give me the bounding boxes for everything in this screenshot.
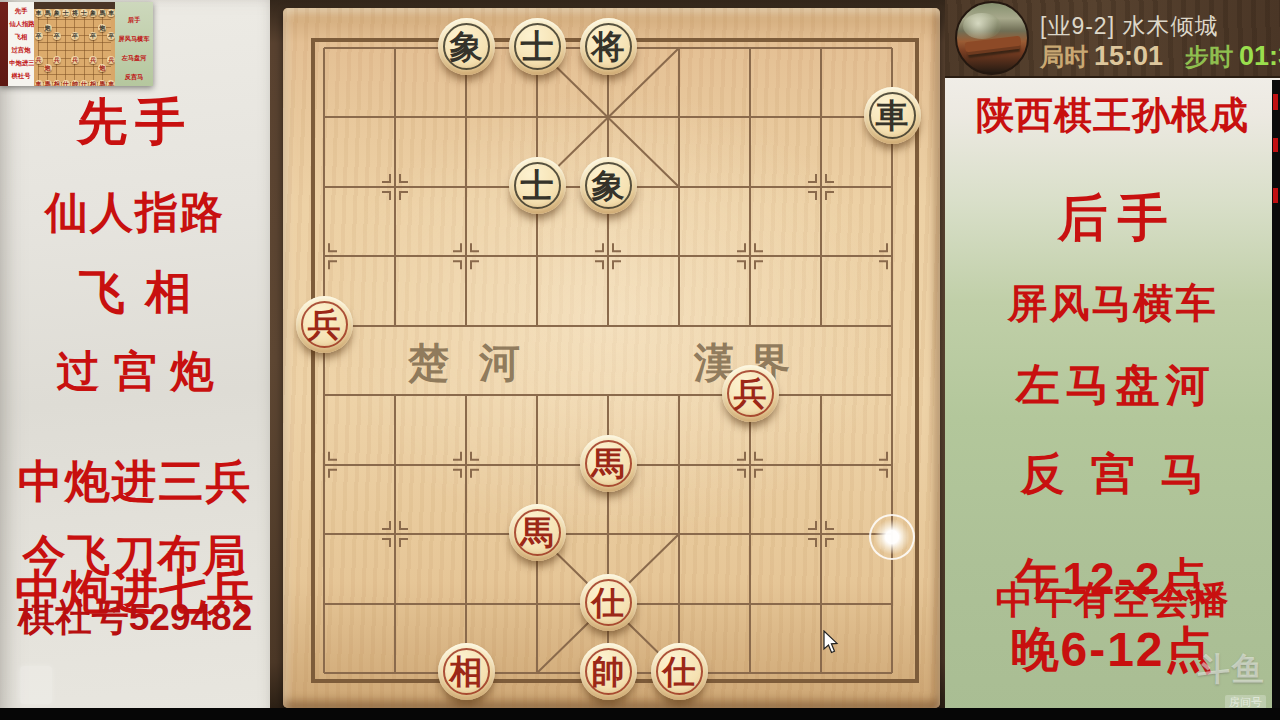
piece-black-8-1[interactable]: 車: [864, 87, 921, 144]
right-panel: [业9-2] 水木倾城 局时15:01步时01:30 陕西棋王孙根成 后手 屏风…: [945, 0, 1280, 720]
piece-red-4-8[interactable]: 仕: [580, 574, 637, 631]
annotation-opening-4: 中炮进三兵: [0, 458, 270, 505]
move-highlight-marker: [869, 514, 915, 560]
thumb-piece: 相: [89, 80, 97, 86]
annotation-second-move: 后手: [945, 192, 1280, 245]
piece-red-0-4[interactable]: 兵: [296, 296, 353, 353]
annotation-defense-3: 反宫马: [945, 451, 1280, 497]
thumb-line: 反宫马: [117, 68, 150, 85]
thumb-piece: 将: [71, 9, 79, 17]
thumb-piece: 兵: [107, 56, 115, 64]
piece-red-6-5[interactable]: 兵: [722, 365, 779, 422]
annotation-opening-3: 过宫炮: [0, 349, 270, 394]
left-panel: 先手 仙人指路 飞相 过宫炮 中炮进三兵 今飞刀布局 中炮进七兵 棋社号5294…: [0, 0, 270, 720]
thumb-piece: 馬: [44, 80, 52, 86]
player-info-bar: [业9-2] 水木倾城 局时15:01步时01:30: [945, 0, 1280, 78]
thumb-piece: 帥: [71, 80, 79, 86]
douyu-logo: 斗鱼: [1198, 648, 1266, 692]
piece-black-3-0[interactable]: 士: [509, 18, 566, 75]
thumb-piece: 兵: [89, 56, 97, 64]
thumb-line: 棋社号: [9, 70, 32, 82]
thumb-piece: 兵: [53, 56, 61, 64]
piece-red-4-9[interactable]: 帥: [580, 643, 637, 700]
thumb-line: 仙人指路: [9, 18, 32, 30]
thumbnail-left-text: 先手 仙人指路 飞相 过宫炮 中炮进三兵 棋社号: [8, 2, 34, 86]
thumb-line: 过宫炮: [9, 44, 32, 56]
thumb-piece: 卒: [89, 32, 97, 40]
move-time-label: 步时: [1185, 43, 1233, 70]
player-avatar[interactable]: [955, 1, 1029, 75]
timers: 局时15:01步时01:30: [1040, 41, 1280, 73]
annotation-opening-1: 仙人指路: [0, 190, 270, 235]
thumbnail-right-text: 后手 屏风马横车 左马盘河 反宫马: [115, 2, 153, 86]
thumb-piece: 卒: [71, 32, 79, 40]
thumb-line: 中炮进三兵: [9, 57, 32, 69]
thumbnail-board: 車馬象士将士象馬車炮炮卒卒卒卒卒兵兵兵兵兵炮炮車馬相仕帥仕相馬車: [34, 2, 115, 86]
thumb-piece: 兵: [35, 56, 43, 64]
annotation-opening-2: 飞相: [0, 268, 270, 316]
thumbnail-board-grid: 車馬象士将士象馬車炮炮卒卒卒卒卒兵兵兵兵兵炮炮車馬相仕帥仕相馬車: [38, 12, 111, 83]
thumb-line: 飞相: [9, 31, 32, 43]
thumb-piece: 馬: [98, 80, 106, 86]
thumb-piece: 車: [107, 9, 115, 17]
thumb-piece: 馬: [44, 9, 52, 17]
faded-watermark: [20, 666, 52, 704]
piece-red-2-9[interactable]: 相: [438, 643, 495, 700]
stream-thumbnail[interactable]: 先手 仙人指路 飞相 过宫炮 中炮进三兵 棋社号 車馬象士将士象馬車炮炮卒卒卒卒…: [0, 2, 153, 86]
piece-red-5-9[interactable]: 仕: [651, 643, 708, 700]
annotation-first-move: 先手: [0, 96, 270, 149]
board-area: 楚河 漢界 象士将車士象兵兵馬馬仕相帥仕: [270, 0, 945, 720]
thumb-piece: 卒: [53, 32, 61, 40]
thumb-piece: 卒: [107, 32, 115, 40]
thumb-piece: 士: [80, 9, 88, 17]
annotation-schedule-2: 中午有空会播: [945, 581, 1280, 621]
thumb-piece: 炮: [44, 24, 52, 32]
game-time-label: 局时: [1040, 43, 1088, 70]
piece-red-3-7[interactable]: 馬: [509, 504, 566, 561]
thumb-piece: 仕: [62, 80, 70, 86]
annotation-opponent-title: 陕西棋王孙根成: [945, 96, 1280, 136]
thumb-piece: 車: [35, 9, 43, 17]
thumb-piece: 馬: [98, 9, 106, 17]
thumb-piece: 兵: [71, 56, 79, 64]
piece-black-3-2[interactable]: 士: [509, 157, 566, 214]
piece-black-4-2[interactable]: 象: [580, 157, 637, 214]
thumb-piece: 炮: [98, 64, 106, 72]
screen-edge-strip: [1272, 80, 1280, 708]
annotation-defense-2: 左马盘河: [945, 362, 1280, 408]
thumb-piece: 炮: [44, 64, 52, 72]
bottom-black-bar: [0, 708, 1280, 720]
piece-black-2-0[interactable]: 象: [438, 18, 495, 75]
annotation-club-id: 棋社号529482: [0, 599, 270, 638]
player-name: [业9-2] 水木倾城: [1040, 11, 1218, 42]
thumbnail-player-bar: [34, 2, 115, 9]
thumb-piece: 炮: [98, 24, 106, 32]
stream-frame: 先手 仙人指路 飞相 过宫炮 中炮进三兵 今飞刀布局 中炮进七兵 棋社号5294…: [0, 0, 1280, 720]
thumb-piece: 車: [35, 80, 43, 86]
thumb-piece: 相: [53, 80, 61, 86]
thumb-line: 先手: [9, 5, 32, 17]
annotation-defense-1: 屏风马横车: [945, 282, 1280, 324]
piece-black-4-0[interactable]: 将: [580, 18, 637, 75]
piece-red-4-6[interactable]: 馬: [580, 435, 637, 492]
thumb-piece: 車: [107, 80, 115, 86]
thumbnail-edge: [0, 2, 8, 86]
thumb-piece: 仕: [80, 80, 88, 86]
move-time-value: 01:30: [1239, 41, 1280, 71]
thumb-piece: 士: [62, 9, 70, 17]
thumb-piece: 象: [53, 9, 61, 17]
game-time-value: 15:01: [1094, 41, 1163, 71]
thumb-line: 左马盘河: [117, 49, 150, 66]
thumb-piece: 象: [89, 9, 97, 17]
mouse-cursor: [823, 630, 841, 654]
thumb-piece: 卒: [35, 32, 43, 40]
thumb-line: 后手: [117, 11, 150, 28]
thumb-line: 屏风马横车: [117, 30, 150, 47]
